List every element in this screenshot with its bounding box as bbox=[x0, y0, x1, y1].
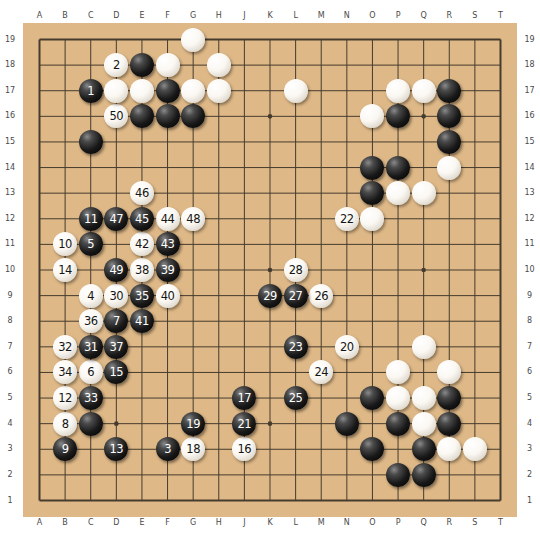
move-number: 39 bbox=[161, 258, 175, 282]
stone-white-b5: 12 bbox=[53, 386, 77, 410]
stone-white-f18 bbox=[156, 53, 180, 77]
col-label-bottom-s: S bbox=[472, 519, 477, 527]
row-label-left-19: 19 bbox=[5, 36, 15, 44]
move-number: 34 bbox=[58, 360, 72, 384]
row-label-right-9: 9 bbox=[527, 292, 532, 300]
col-label-top-d: D bbox=[113, 12, 119, 20]
stone-white-c8: 36 bbox=[79, 309, 103, 333]
stone-white-n12: 22 bbox=[335, 207, 359, 231]
stone-black-r17 bbox=[437, 79, 461, 103]
stone-white-n7: 20 bbox=[335, 335, 359, 359]
stone-black-r4 bbox=[437, 412, 461, 436]
row-label-right-19: 19 bbox=[524, 36, 534, 44]
move-number: 14 bbox=[58, 258, 72, 282]
col-label-bottom-p: P bbox=[396, 519, 401, 527]
stone-black-l9: 27 bbox=[284, 284, 308, 308]
move-number: 1 bbox=[87, 79, 94, 103]
stone-white-q5 bbox=[412, 386, 436, 410]
star-point-k16 bbox=[268, 114, 273, 119]
move-number: 15 bbox=[110, 360, 124, 384]
row-label-right-3: 3 bbox=[527, 445, 532, 453]
move-number: 42 bbox=[135, 232, 149, 256]
row-label-right-5: 5 bbox=[527, 394, 532, 402]
col-label-bottom-g: G bbox=[190, 519, 196, 527]
move-number: 35 bbox=[135, 284, 149, 308]
col-label-top-p: P bbox=[396, 12, 401, 20]
row-label-right-2: 2 bbox=[527, 471, 532, 479]
col-label-bottom-k: K bbox=[267, 519, 272, 527]
col-label-top-m: M bbox=[318, 12, 325, 20]
row-label-left-2: 2 bbox=[7, 471, 12, 479]
stone-white-p17 bbox=[386, 79, 410, 103]
col-label-bottom-o: O bbox=[369, 519, 375, 527]
col-label-top-q: Q bbox=[421, 12, 427, 20]
stone-white-g17 bbox=[181, 79, 205, 103]
stone-black-c7: 31 bbox=[79, 335, 103, 359]
move-number: 17 bbox=[238, 386, 252, 410]
move-number: 21 bbox=[238, 412, 252, 436]
row-label-left-17: 17 bbox=[5, 87, 15, 95]
move-number: 6 bbox=[87, 360, 94, 384]
stone-black-f16 bbox=[156, 104, 180, 128]
row-label-right-1: 1 bbox=[527, 497, 532, 505]
move-number: 31 bbox=[84, 335, 98, 359]
move-number: 44 bbox=[161, 207, 175, 231]
move-number: 11 bbox=[84, 207, 98, 231]
move-number: 45 bbox=[135, 207, 149, 231]
stone-black-l5: 25 bbox=[284, 386, 308, 410]
row-label-right-12: 12 bbox=[524, 215, 534, 223]
stone-black-c12: 11 bbox=[79, 207, 103, 231]
move-number: 41 bbox=[135, 309, 149, 333]
stone-white-b4: 8 bbox=[53, 412, 77, 436]
col-label-top-g: G bbox=[190, 12, 196, 20]
col-label-bottom-b: B bbox=[62, 519, 68, 527]
row-label-right-17: 17 bbox=[524, 87, 534, 95]
stone-black-o14 bbox=[360, 156, 384, 180]
row-label-left-1: 1 bbox=[7, 497, 12, 505]
move-number: 10 bbox=[58, 232, 72, 256]
col-label-top-o: O bbox=[369, 12, 375, 20]
move-number: 9 bbox=[62, 437, 69, 461]
move-number: 47 bbox=[110, 207, 124, 231]
stone-black-e8: 41 bbox=[130, 309, 154, 333]
row-label-left-18: 18 bbox=[5, 61, 15, 69]
stone-white-f9: 40 bbox=[156, 284, 180, 308]
move-number: 4 bbox=[87, 284, 94, 308]
col-label-top-b: B bbox=[62, 12, 68, 20]
move-number: 22 bbox=[340, 207, 354, 231]
col-label-bottom-m: M bbox=[318, 519, 325, 527]
move-number: 5 bbox=[87, 232, 94, 256]
stone-white-l10: 28 bbox=[284, 258, 308, 282]
move-number: 19 bbox=[186, 412, 200, 436]
stone-white-h18 bbox=[207, 53, 231, 77]
row-label-right-10: 10 bbox=[524, 266, 534, 274]
stone-black-d7: 37 bbox=[104, 335, 128, 359]
row-label-left-14: 14 bbox=[5, 164, 15, 172]
move-number: 26 bbox=[314, 284, 328, 308]
col-label-top-e: E bbox=[139, 12, 144, 20]
col-label-bottom-l: L bbox=[293, 519, 297, 527]
move-number: 40 bbox=[161, 284, 175, 308]
move-number: 7 bbox=[113, 309, 120, 333]
stone-black-n4 bbox=[335, 412, 359, 436]
col-label-bottom-e: E bbox=[139, 519, 144, 527]
col-label-bottom-n: N bbox=[344, 519, 350, 527]
stone-white-c9: 4 bbox=[79, 284, 103, 308]
col-label-bottom-d: D bbox=[113, 519, 119, 527]
star-point-k10 bbox=[268, 268, 273, 273]
row-label-right-8: 8 bbox=[527, 317, 532, 325]
col-label-top-s: S bbox=[472, 12, 477, 20]
stone-white-l17 bbox=[284, 79, 308, 103]
stone-white-r14 bbox=[437, 156, 461, 180]
stone-black-d12: 47 bbox=[104, 207, 128, 231]
col-label-top-a: A bbox=[37, 12, 42, 20]
row-label-left-13: 13 bbox=[5, 189, 15, 197]
row-label-right-13: 13 bbox=[524, 189, 534, 197]
row-label-left-15: 15 bbox=[5, 138, 15, 146]
move-number: 24 bbox=[314, 360, 328, 384]
move-number: 36 bbox=[84, 309, 98, 333]
col-label-top-h: H bbox=[216, 12, 222, 20]
move-number: 12 bbox=[58, 386, 72, 410]
move-number: 2 bbox=[113, 53, 120, 77]
stone-black-c4 bbox=[79, 412, 103, 436]
move-number: 13 bbox=[110, 437, 124, 461]
stone-black-j4: 21 bbox=[232, 412, 256, 436]
stone-black-e12: 45 bbox=[130, 207, 154, 231]
col-label-bottom-t: T bbox=[498, 519, 503, 527]
move-number: 28 bbox=[289, 258, 303, 282]
stone-white-m9: 26 bbox=[309, 284, 333, 308]
row-label-left-5: 5 bbox=[7, 394, 12, 402]
stone-black-c5: 33 bbox=[79, 386, 103, 410]
col-label-top-l: L bbox=[293, 12, 297, 20]
col-label-top-j: J bbox=[243, 12, 245, 20]
move-number: 18 bbox=[186, 437, 200, 461]
row-label-left-10: 10 bbox=[5, 266, 15, 274]
move-number: 29 bbox=[263, 284, 277, 308]
stone-black-g4: 19 bbox=[181, 412, 205, 436]
stone-white-p5 bbox=[386, 386, 410, 410]
move-number: 37 bbox=[110, 335, 124, 359]
stone-white-e10: 38 bbox=[130, 258, 154, 282]
row-label-right-11: 11 bbox=[524, 240, 534, 248]
row-label-right-18: 18 bbox=[524, 61, 534, 69]
row-label-right-7: 7 bbox=[527, 343, 532, 351]
stone-white-b10: 14 bbox=[53, 258, 77, 282]
stone-black-c17: 1 bbox=[79, 79, 103, 103]
move-number: 16 bbox=[238, 437, 252, 461]
stone-black-f17 bbox=[156, 79, 180, 103]
row-label-right-6: 6 bbox=[527, 368, 532, 376]
star-point-k4 bbox=[268, 421, 273, 426]
col-label-bottom-q: Q bbox=[421, 519, 427, 527]
stone-white-b7: 32 bbox=[53, 335, 77, 359]
stone-black-p14 bbox=[386, 156, 410, 180]
stone-white-c6: 6 bbox=[79, 360, 103, 384]
stone-black-q3 bbox=[412, 437, 436, 461]
stone-black-e9: 35 bbox=[130, 284, 154, 308]
stone-white-q13 bbox=[412, 181, 436, 205]
stone-white-e13: 46 bbox=[130, 181, 154, 205]
col-label-top-f: F bbox=[165, 12, 170, 20]
stone-white-h17 bbox=[207, 79, 231, 103]
stone-black-k9: 29 bbox=[258, 284, 282, 308]
stone-black-q2 bbox=[412, 463, 436, 487]
move-number: 30 bbox=[110, 284, 124, 308]
stone-black-f11: 43 bbox=[156, 232, 180, 256]
go-diagram: AABBCCDDEEFFGGHHJJKKLLMMNNOOPPQQRRSSTT19… bbox=[0, 0, 540, 540]
move-number: 3 bbox=[164, 437, 171, 461]
col-label-bottom-h: H bbox=[216, 519, 222, 527]
stone-white-q4 bbox=[412, 412, 436, 436]
col-label-top-t: T bbox=[498, 12, 503, 20]
stone-white-f12: 44 bbox=[156, 207, 180, 231]
stone-white-e17 bbox=[130, 79, 154, 103]
stone-white-g19 bbox=[181, 28, 205, 52]
col-label-top-c: C bbox=[88, 12, 94, 20]
row-label-left-11: 11 bbox=[5, 240, 15, 248]
move-number: 20 bbox=[340, 335, 354, 359]
stone-black-p4 bbox=[386, 412, 410, 436]
stone-black-p2 bbox=[386, 463, 410, 487]
row-label-left-16: 16 bbox=[5, 112, 15, 120]
stone-white-d9: 30 bbox=[104, 284, 128, 308]
row-label-left-12: 12 bbox=[5, 215, 15, 223]
col-label-top-k: K bbox=[267, 12, 272, 20]
row-label-left-3: 3 bbox=[7, 445, 12, 453]
stone-black-c11: 5 bbox=[79, 232, 103, 256]
star-point-d4 bbox=[114, 421, 119, 426]
stone-black-f10: 39 bbox=[156, 258, 180, 282]
star-point-q16 bbox=[421, 114, 426, 119]
row-label-right-15: 15 bbox=[524, 138, 534, 146]
col-label-top-n: N bbox=[344, 12, 350, 20]
stone-white-d17 bbox=[104, 79, 128, 103]
stone-black-l7: 23 bbox=[284, 335, 308, 359]
go-board-grid[interactable] bbox=[0, 0, 540, 540]
move-number: 38 bbox=[135, 258, 149, 282]
stone-white-g12: 48 bbox=[181, 207, 205, 231]
move-number: 48 bbox=[186, 207, 200, 231]
row-label-left-4: 4 bbox=[7, 420, 12, 428]
stone-white-q17 bbox=[412, 79, 436, 103]
move-number: 27 bbox=[289, 284, 303, 308]
col-label-bottom-a: A bbox=[37, 519, 42, 527]
col-label-top-r: R bbox=[446, 12, 452, 20]
stone-white-s3 bbox=[463, 437, 487, 461]
move-number: 33 bbox=[84, 386, 98, 410]
col-label-bottom-c: C bbox=[88, 519, 94, 527]
move-number: 49 bbox=[110, 258, 124, 282]
row-label-right-16: 16 bbox=[524, 112, 534, 120]
stone-black-e18 bbox=[130, 53, 154, 77]
move-number: 25 bbox=[289, 386, 303, 410]
row-label-right-4: 4 bbox=[527, 420, 532, 428]
move-number: 8 bbox=[62, 412, 69, 436]
row-label-right-14: 14 bbox=[524, 164, 534, 172]
stone-black-f3: 3 bbox=[156, 437, 180, 461]
row-label-left-6: 6 bbox=[7, 368, 12, 376]
move-number: 46 bbox=[135, 181, 149, 205]
move-number: 43 bbox=[161, 232, 175, 256]
move-number: 23 bbox=[289, 335, 303, 359]
move-number: 50 bbox=[110, 104, 124, 128]
stone-white-q7 bbox=[412, 335, 436, 359]
star-point-q10 bbox=[421, 268, 426, 273]
stone-black-c15 bbox=[79, 130, 103, 154]
move-number: 32 bbox=[58, 335, 72, 359]
col-label-bottom-f: F bbox=[165, 519, 170, 527]
col-label-bottom-r: R bbox=[446, 519, 452, 527]
row-label-left-7: 7 bbox=[7, 343, 12, 351]
col-label-bottom-j: J bbox=[243, 519, 245, 527]
row-label-left-9: 9 bbox=[7, 292, 12, 300]
row-label-left-8: 8 bbox=[7, 317, 12, 325]
